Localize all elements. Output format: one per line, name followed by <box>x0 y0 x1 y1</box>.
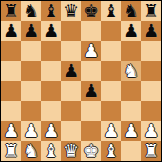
square-a5[interactable] <box>1 61 21 81</box>
square-h4[interactable] <box>141 81 161 101</box>
square-c5[interactable] <box>41 61 61 81</box>
square-f5[interactable] <box>101 61 121 81</box>
chess-board-frame: ♜♞♝♛♚♝♞♜♟♟♟♟♟♟♟♞♟♟♟♟♟♟♟♜♞♝♛♚♝♜ <box>0 0 162 162</box>
white-pawn: ♟ <box>3 121 19 141</box>
square-g2[interactable]: ♟ <box>121 121 141 141</box>
square-f7[interactable] <box>101 21 121 41</box>
square-e2[interactable] <box>81 121 101 141</box>
white-knight: ♞ <box>123 61 139 81</box>
square-f1[interactable]: ♝ <box>101 141 121 161</box>
square-f2[interactable]: ♟ <box>101 121 121 141</box>
black-bishop: ♝ <box>43 1 59 21</box>
white-pawn: ♟ <box>103 121 119 141</box>
square-c3[interactable] <box>41 101 61 121</box>
square-b3[interactable] <box>21 101 41 121</box>
square-g5[interactable]: ♞ <box>121 61 141 81</box>
white-queen: ♛ <box>63 141 79 161</box>
square-b6[interactable] <box>21 41 41 61</box>
square-h3[interactable] <box>141 101 161 121</box>
black-pawn: ♟ <box>63 61 79 81</box>
black-pawn: ♟ <box>83 81 99 101</box>
square-a6[interactable] <box>1 41 21 61</box>
square-g1[interactable] <box>121 141 141 161</box>
square-d7[interactable] <box>61 21 81 41</box>
square-d8[interactable]: ♛ <box>61 1 81 21</box>
square-g3[interactable] <box>121 101 141 121</box>
square-c7[interactable]: ♟ <box>41 21 61 41</box>
square-c6[interactable] <box>41 41 61 61</box>
white-king: ♚ <box>83 141 99 161</box>
white-pawn: ♟ <box>123 121 139 141</box>
square-b7[interactable]: ♟ <box>21 21 41 41</box>
black-pawn: ♟ <box>23 21 39 41</box>
chess-board: ♜♞♝♛♚♝♞♜♟♟♟♟♟♟♟♞♟♟♟♟♟♟♟♜♞♝♛♚♝♜ <box>1 1 161 161</box>
square-e6[interactable]: ♟ <box>81 41 101 61</box>
square-g6[interactable] <box>121 41 141 61</box>
white-rook: ♜ <box>143 141 159 161</box>
square-d2[interactable] <box>61 121 81 141</box>
square-h7[interactable]: ♟ <box>141 21 161 41</box>
square-b5[interactable] <box>21 61 41 81</box>
square-h5[interactable] <box>141 61 161 81</box>
black-king: ♚ <box>83 1 99 21</box>
square-h6[interactable] <box>141 41 161 61</box>
black-knight: ♞ <box>23 1 39 21</box>
square-d1[interactable]: ♛ <box>61 141 81 161</box>
square-a3[interactable] <box>1 101 21 121</box>
square-d3[interactable] <box>61 101 81 121</box>
square-b8[interactable]: ♞ <box>21 1 41 21</box>
square-c1[interactable]: ♝ <box>41 141 61 161</box>
square-h1[interactable]: ♜ <box>141 141 161 161</box>
square-a1[interactable]: ♜ <box>1 141 21 161</box>
black-rook: ♜ <box>3 1 19 21</box>
white-knight: ♞ <box>23 141 39 161</box>
square-e3[interactable] <box>81 101 101 121</box>
square-a4[interactable] <box>1 81 21 101</box>
black-queen: ♛ <box>63 1 79 21</box>
square-c8[interactable]: ♝ <box>41 1 61 21</box>
black-pawn: ♟ <box>43 21 59 41</box>
white-pawn: ♟ <box>143 121 159 141</box>
square-e8[interactable]: ♚ <box>81 1 101 21</box>
square-d4[interactable] <box>61 81 81 101</box>
square-b2[interactable]: ♟ <box>21 121 41 141</box>
square-f4[interactable] <box>101 81 121 101</box>
white-bishop: ♝ <box>43 141 59 161</box>
square-g4[interactable] <box>121 81 141 101</box>
white-rook: ♜ <box>3 141 19 161</box>
black-pawn: ♟ <box>3 21 19 41</box>
square-a2[interactable]: ♟ <box>1 121 21 141</box>
white-pawn: ♟ <box>83 41 99 61</box>
white-bishop: ♝ <box>103 141 119 161</box>
black-pawn: ♟ <box>143 21 159 41</box>
black-knight: ♞ <box>123 1 139 21</box>
square-b4[interactable] <box>21 81 41 101</box>
black-bishop: ♝ <box>103 1 119 21</box>
square-d5[interactable]: ♟ <box>61 61 81 81</box>
square-d6[interactable] <box>61 41 81 61</box>
white-pawn: ♟ <box>23 121 39 141</box>
white-pawn: ♟ <box>43 121 59 141</box>
square-e4[interactable]: ♟ <box>81 81 101 101</box>
square-g7[interactable]: ♟ <box>121 21 141 41</box>
square-b1[interactable]: ♞ <box>21 141 41 161</box>
square-a7[interactable]: ♟ <box>1 21 21 41</box>
square-c4[interactable] <box>41 81 61 101</box>
square-c2[interactable]: ♟ <box>41 121 61 141</box>
square-e1[interactable]: ♚ <box>81 141 101 161</box>
square-h2[interactable]: ♟ <box>141 121 161 141</box>
square-g8[interactable]: ♞ <box>121 1 141 21</box>
square-f6[interactable] <box>101 41 121 61</box>
square-f3[interactable] <box>101 101 121 121</box>
square-e7[interactable] <box>81 21 101 41</box>
black-rook: ♜ <box>143 1 159 21</box>
square-f8[interactable]: ♝ <box>101 1 121 21</box>
black-pawn: ♟ <box>123 21 139 41</box>
square-a8[interactable]: ♜ <box>1 1 21 21</box>
square-e5[interactable] <box>81 61 101 81</box>
square-h8[interactable]: ♜ <box>141 1 161 21</box>
